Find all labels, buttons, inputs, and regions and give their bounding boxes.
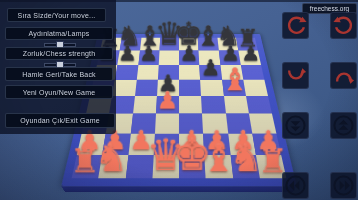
square-e6[interactable] (179, 65, 200, 80)
double-down-icon (284, 114, 307, 137)
square-c7[interactable]: ♟ (138, 51, 159, 65)
square-d8[interactable]: ♛ (159, 38, 179, 51)
square-a1[interactable]: ♜ (72, 155, 103, 179)
strength-button[interactable]: Zorluk/Chess strength (5, 47, 113, 60)
double-right-icon (332, 174, 355, 197)
square-g1[interactable]: ♞ (230, 155, 259, 179)
black-bishop: ♝ (137, 23, 162, 50)
previous-move-button[interactable] (282, 172, 309, 199)
square-d4[interactable]: ♟ (156, 96, 179, 114)
square-g2[interactable]: ♟ (228, 133, 256, 154)
double-up-icon (332, 114, 355, 137)
square-e8[interactable]: ♚ (179, 38, 199, 51)
square-b6[interactable] (115, 65, 138, 80)
red-pawn: ♟ (129, 127, 153, 153)
turn-status: Sıra Sizde/Your move... (7, 8, 106, 22)
square-h5[interactable] (243, 80, 268, 96)
square-c2[interactable]: ♟ (128, 133, 155, 154)
double-left-icon (284, 174, 307, 197)
square-f1[interactable]: ♝ (205, 155, 233, 179)
square-d5[interactable]: ♟ (157, 80, 179, 96)
square-f3[interactable] (202, 114, 227, 133)
square-f6[interactable]: ♟ (199, 65, 221, 80)
square-c5[interactable] (135, 80, 158, 96)
square-c4[interactable] (133, 96, 157, 114)
square-e7[interactable]: ♟ (179, 51, 199, 65)
square-b2[interactable]: ♟ (102, 133, 130, 154)
rotate-right-icon (333, 15, 355, 37)
raise-view-button[interactable] (330, 112, 357, 139)
red-pawn: ♟ (256, 127, 280, 153)
square-b1[interactable]: ♞ (98, 155, 127, 179)
red-pawn: ♟ (180, 127, 204, 153)
square-d6[interactable] (158, 65, 179, 80)
board-front-edge (61, 186, 297, 192)
square-g8[interactable]: ♞ (217, 38, 238, 51)
rotate-left-icon (285, 15, 307, 37)
square-c6[interactable] (136, 65, 158, 80)
square-e1[interactable]: ♚ (179, 155, 206, 179)
black-knight: ♞ (117, 23, 142, 50)
square-e5[interactable] (179, 80, 201, 96)
square-e2[interactable]: ♟ (179, 133, 205, 154)
square-c1[interactable] (125, 155, 153, 179)
square-h6[interactable] (240, 65, 264, 80)
square-e3[interactable] (179, 114, 203, 133)
black-pawn: ♟ (201, 57, 221, 79)
black-rook: ♜ (237, 26, 258, 50)
square-h8[interactable]: ♜ (236, 38, 258, 51)
next-move-button[interactable] (330, 172, 357, 199)
square-c8[interactable]: ♝ (140, 38, 160, 51)
square-f7[interactable] (199, 51, 220, 65)
square-b8[interactable]: ♞ (120, 38, 141, 51)
square-d3[interactable] (155, 114, 179, 133)
square-g4[interactable] (224, 96, 249, 114)
tilt-view-down-button[interactable] (282, 62, 309, 89)
lower-view-button[interactable] (282, 112, 309, 139)
square-f2[interactable]: ♟ (203, 133, 230, 154)
rotate-view-left-button[interactable] (282, 12, 309, 39)
square-g3[interactable] (225, 114, 252, 133)
black-pawn: ♟ (158, 72, 179, 95)
u-arc-arrow-icon (285, 65, 307, 87)
square-d1[interactable]: ♛ (152, 155, 179, 179)
square-e4[interactable] (179, 96, 202, 114)
n-arc-arrow-icon (333, 65, 355, 87)
square-b7[interactable]: ♟ (118, 51, 140, 65)
square-f8[interactable]: ♝ (198, 38, 218, 51)
square-g5[interactable]: ♝ (222, 80, 246, 96)
square-h4[interactable] (246, 96, 272, 114)
square-h3[interactable] (249, 114, 277, 133)
tilt-view-up-button[interactable] (330, 62, 357, 89)
square-g6[interactable] (220, 65, 243, 80)
new-game-button[interactable]: Yeni Oyun/New Game (5, 85, 113, 99)
red-pawn: ♟ (231, 127, 255, 153)
rotate-view-right-button[interactable] (330, 12, 357, 39)
red-pawn: ♟ (205, 127, 229, 153)
square-d2[interactable] (153, 133, 179, 154)
square-f5[interactable] (200, 80, 223, 96)
square-d7[interactable] (159, 51, 179, 65)
take-back-button[interactable]: Hamle Geri/Take Back (5, 67, 113, 81)
square-a2[interactable]: ♟ (77, 133, 106, 154)
square-h7[interactable]: ♟ (238, 51, 261, 65)
square-h2[interactable]: ♟ (252, 133, 281, 154)
square-f4[interactable] (201, 96, 225, 114)
square-g7[interactable]: ♟ (218, 51, 240, 65)
lamps-button[interactable]: Aydınlatma/Lamps (5, 27, 113, 40)
exit-game-button[interactable]: Oyundan Çık/Exit Game (5, 113, 115, 128)
red-rook: ♜ (71, 145, 100, 178)
square-c3[interactable] (130, 114, 155, 133)
